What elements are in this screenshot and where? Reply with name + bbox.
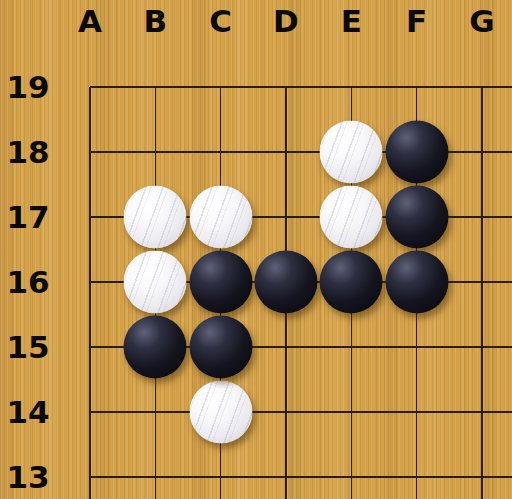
grid-line-row-13	[90, 476, 512, 478]
black-stone-D16	[254, 251, 317, 314]
col-label-C: C	[209, 6, 232, 37]
col-label-F: F	[406, 6, 427, 37]
row-label-14: 14	[6, 397, 49, 428]
grid-line-col-G	[481, 87, 483, 499]
black-stone-B15	[124, 316, 187, 379]
grid-line-col-A	[89, 87, 91, 499]
black-stone-E16	[320, 251, 383, 314]
white-stone-B16	[124, 251, 187, 314]
row-label-15: 15	[6, 332, 49, 363]
grid-line-row-14	[90, 411, 512, 413]
row-label-17: 17	[6, 202, 49, 233]
black-stone-C16	[189, 251, 252, 314]
grid-line-row-19	[90, 86, 512, 88]
black-stone-C15	[189, 316, 252, 379]
row-label-13: 13	[6, 462, 49, 493]
col-label-A: A	[78, 6, 102, 37]
col-label-G: G	[469, 6, 494, 37]
black-stone-F18	[385, 121, 448, 184]
white-stone-C17	[189, 186, 252, 249]
col-label-D: D	[273, 6, 299, 37]
col-label-E: E	[341, 6, 362, 37]
go-board[interactable]: ABCDEFG19181716151413	[0, 0, 512, 499]
row-label-16: 16	[6, 267, 49, 298]
grid-line-row-18	[90, 151, 512, 153]
white-stone-B17	[124, 186, 187, 249]
row-label-18: 18	[6, 137, 49, 168]
col-label-B: B	[144, 6, 168, 37]
black-stone-F17	[385, 186, 448, 249]
black-stone-F16	[385, 251, 448, 314]
white-stone-C14	[189, 381, 252, 444]
row-label-19: 19	[6, 72, 49, 103]
white-stone-E18	[320, 121, 383, 184]
white-stone-E17	[320, 186, 383, 249]
